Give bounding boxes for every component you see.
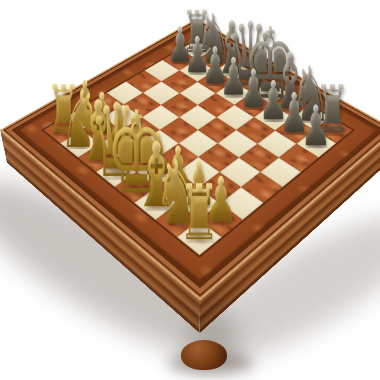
square-h1: ♜ — [177, 220, 222, 256]
burl-board-frame: ♜♞♝♛♚♝♞♜♟♟♟♟♟♟♟♟♟♟♟♟♟♟♟♟♜♞♝♛♚♝♞♜ — [16, 26, 380, 284]
scene: ♜♞♝♛♚♝♞♜♟♟♟♟♟♟♟♟♟♟♟♟♟♟♟♟♜♞♝♛♚♝♞♜ — [0, 0, 380, 380]
chess-case: ♜♞♝♛♚♝♞♜♟♟♟♟♟♟♟♟♟♟♟♟♟♟♟♟♜♞♝♛♚♝♞♜ — [0, 18, 380, 300]
case-top-rim: ♜♞♝♛♚♝♞♜♟♟♟♟♟♟♟♟♟♟♟♟♟♟♟♟♜♞♝♛♚♝♞♜ — [0, 18, 380, 300]
square-e5 — [198, 117, 237, 143]
chess-set-product-photo: ♜♞♝♛♚♝♞♜♟♟♟♟♟♟♟♟♟♟♟♟♟♟♟♟♜♞♝♛♚♝♞♜ — [0, 0, 380, 380]
